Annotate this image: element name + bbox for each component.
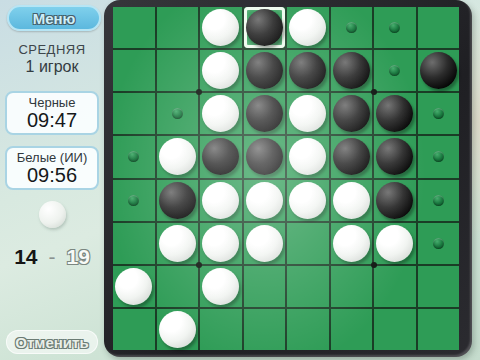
black-stone — [246, 95, 283, 132]
legal-move-hint-dot — [433, 238, 444, 249]
board-cell-b8[interactable] — [157, 309, 199, 350]
white-stone — [376, 225, 413, 262]
board-cell-g3[interactable] — [374, 93, 416, 134]
white-stone — [289, 9, 326, 46]
black-stone — [420, 52, 457, 89]
black-clock-label: Черные — [7, 95, 97, 110]
black-clock-time: 09:47 — [7, 110, 97, 130]
score-display: 14 - 19 — [0, 245, 104, 269]
board-cell-h5[interactable] — [418, 180, 460, 221]
board-cell-c2[interactable] — [200, 50, 242, 91]
legal-move-hint-dot — [128, 151, 139, 162]
legal-move-hint-dot — [433, 108, 444, 119]
legal-move-hint-dot — [128, 195, 139, 206]
board-cell-d3[interactable] — [244, 93, 286, 134]
board-cell-d2[interactable] — [244, 50, 286, 91]
board-cell-a3[interactable] — [113, 93, 155, 134]
white-stone — [202, 9, 239, 46]
board-cell-f4[interactable] — [331, 136, 373, 177]
white-stone — [289, 95, 326, 132]
board-cell-d8[interactable] — [244, 309, 286, 350]
board-cell-e8[interactable] — [287, 309, 329, 350]
board-cell-a7[interactable] — [113, 266, 155, 307]
board-cell-c1[interactable] — [200, 7, 242, 48]
board-cell-a4[interactable] — [113, 136, 155, 177]
white-stone — [202, 225, 239, 262]
black-clock: Черные 09:47 — [5, 91, 99, 135]
board-cell-c7[interactable] — [200, 266, 242, 307]
score-separator: - — [49, 245, 56, 269]
legal-move-hint-dot — [433, 151, 444, 162]
white-clock-label: Белые (ИИ) — [7, 150, 97, 165]
board-cell-c6[interactable] — [200, 223, 242, 264]
board-cell-g2[interactable] — [374, 50, 416, 91]
black-stone — [159, 182, 196, 219]
board-cell-d7[interactable] — [244, 266, 286, 307]
white-stone — [202, 268, 239, 305]
board-cell-b4[interactable] — [157, 136, 199, 177]
white-stone — [159, 138, 196, 175]
board-cell-f7[interactable] — [331, 266, 373, 307]
legal-move-hint-dot — [433, 195, 444, 206]
white-stone — [333, 182, 370, 219]
board-cell-f2[interactable] — [331, 50, 373, 91]
black-stone — [333, 138, 370, 175]
black-stone — [246, 138, 283, 175]
board-cell-f3[interactable] — [331, 93, 373, 134]
black-stone — [246, 52, 283, 89]
board-cell-e3[interactable] — [287, 93, 329, 134]
score-white: 19 — [67, 245, 90, 269]
board-frame — [104, 0, 472, 357]
cancel-button[interactable]: Отменить — [6, 330, 98, 354]
score-black: 14 — [14, 245, 37, 269]
black-stone — [246, 9, 283, 46]
menu-button[interactable]: Меню — [7, 5, 101, 31]
board-cell-c3[interactable] — [200, 93, 242, 134]
board-cell-h6[interactable] — [418, 223, 460, 264]
board-cell-b3[interactable] — [157, 93, 199, 134]
white-stone — [289, 138, 326, 175]
white-stone — [159, 225, 196, 262]
board-cell-b2[interactable] — [157, 50, 199, 91]
sidebar: Меню СРЕДНЯЯ 1 игрок Черные 09:47 Белые … — [0, 0, 104, 360]
board-cell-b5[interactable] — [157, 180, 199, 221]
board-cell-g7[interactable] — [374, 266, 416, 307]
white-stone — [202, 95, 239, 132]
board-cell-d5[interactable] — [244, 180, 286, 221]
board-cell-a6[interactable] — [113, 223, 155, 264]
board-cell-e7[interactable] — [287, 266, 329, 307]
board-cell-e2[interactable] — [287, 50, 329, 91]
board-cell-a5[interactable] — [113, 180, 155, 221]
legal-move-hint-dot — [389, 65, 400, 76]
board-cell-b6[interactable] — [157, 223, 199, 264]
black-stone — [202, 138, 239, 175]
black-stone — [376, 95, 413, 132]
player-mode-label: 1 игрок — [0, 58, 104, 76]
last-move-highlighted-cell-d1[interactable] — [244, 7, 286, 48]
board-cell-g1[interactable] — [374, 7, 416, 48]
board-cell-h8[interactable] — [418, 309, 460, 350]
white-stone — [202, 182, 239, 219]
black-stone — [376, 182, 413, 219]
white-stone — [246, 225, 283, 262]
board-cell-c4[interactable] — [200, 136, 242, 177]
board-cell-f8[interactable] — [331, 309, 373, 350]
board-cell-b1[interactable] — [157, 7, 199, 48]
black-stone — [333, 52, 370, 89]
white-clock-time: 09:56 — [7, 165, 97, 185]
black-stone — [376, 138, 413, 175]
turn-indicator-white-ball — [39, 201, 66, 228]
board-cell-a2[interactable] — [113, 50, 155, 91]
board-cell-h2[interactable] — [418, 50, 460, 91]
black-stone — [333, 95, 370, 132]
board-cell-f1[interactable] — [331, 7, 373, 48]
board-cell-e6[interactable] — [287, 223, 329, 264]
board-cell-a1[interactable] — [113, 7, 155, 48]
board-cell-e5[interactable] — [287, 180, 329, 221]
legal-move-hint-dot — [389, 22, 400, 33]
board-cell-f6[interactable] — [331, 223, 373, 264]
difficulty-label: СРЕДНЯЯ — [0, 42, 104, 57]
board-cell-h3[interactable] — [418, 93, 460, 134]
board-cell-e1[interactable] — [287, 7, 329, 48]
white-stone — [333, 225, 370, 262]
board-cell-f5[interactable] — [331, 180, 373, 221]
board-cell-d4[interactable] — [244, 136, 286, 177]
white-stone — [159, 311, 196, 348]
white-stone — [289, 182, 326, 219]
board-cell-h7[interactable] — [418, 266, 460, 307]
legal-move-hint-dot — [346, 22, 357, 33]
board-cell-g6[interactable] — [374, 223, 416, 264]
board-cell-g8[interactable] — [374, 309, 416, 350]
white-clock: Белые (ИИ) 09:56 — [5, 146, 99, 190]
board-cell-h4[interactable] — [418, 136, 460, 177]
white-stone — [246, 182, 283, 219]
board-cell-a8[interactable] — [113, 309, 155, 350]
board-cell-c8[interactable] — [200, 309, 242, 350]
board-cell-c5[interactable] — [200, 180, 242, 221]
white-stone — [202, 52, 239, 89]
board-cell-g4[interactable] — [374, 136, 416, 177]
black-stone — [289, 52, 326, 89]
legal-move-hint-dot — [172, 108, 183, 119]
board-cell-g5[interactable] — [374, 180, 416, 221]
board-cell-b7[interactable] — [157, 266, 199, 307]
board — [113, 7, 459, 350]
board-cell-d6[interactable] — [244, 223, 286, 264]
white-stone — [115, 268, 152, 305]
board-cell-h1[interactable] — [418, 7, 460, 48]
board-cell-e4[interactable] — [287, 136, 329, 177]
